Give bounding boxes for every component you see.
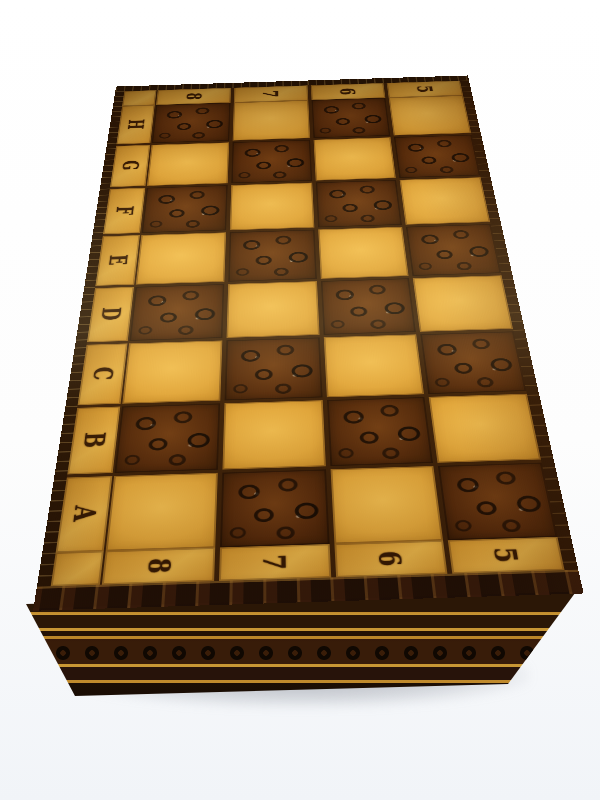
label-glyph: 6 xyxy=(337,88,358,96)
file-label-c: C xyxy=(78,343,128,404)
square-c6 xyxy=(323,334,424,397)
label-glyph: 8 xyxy=(143,558,175,575)
square-a8 xyxy=(106,473,218,551)
label-glyph: F xyxy=(112,206,136,216)
label-glyph: 6 xyxy=(374,550,407,566)
file-label-b: B xyxy=(67,406,120,474)
corner-cell-back xyxy=(122,90,156,106)
square-f5 xyxy=(400,177,490,224)
square-f7 xyxy=(230,183,314,231)
file-label-h: H xyxy=(116,105,154,144)
square-c7 xyxy=(224,337,322,400)
rank-label-bottom-8: 8 xyxy=(102,548,215,585)
square-h6 xyxy=(311,98,390,138)
label-glyph: H xyxy=(125,119,148,130)
label-glyph: A xyxy=(69,505,101,522)
square-d8 xyxy=(129,284,224,341)
photo-tilt-wrapper: 8765 HGFEDCBA 8765 xyxy=(0,0,600,800)
photo-of-folded-chess-box: { "game": "chess", "scene_description": … xyxy=(0,0,600,800)
rank-label-bottom-6: 6 xyxy=(334,540,448,577)
label-glyph: E xyxy=(105,254,131,265)
label-glyph: C xyxy=(89,366,118,380)
label-glyph: 5 xyxy=(489,547,523,563)
rank-label-bottom-5: 5 xyxy=(448,537,564,574)
square-g5 xyxy=(394,135,480,178)
square-c5 xyxy=(420,331,526,394)
file-label-g: G xyxy=(110,145,150,187)
square-c8 xyxy=(122,341,222,404)
square-h5 xyxy=(389,95,471,135)
square-a6 xyxy=(330,466,443,544)
label-glyph: 8 xyxy=(183,93,204,101)
file-label-e: E xyxy=(95,235,140,286)
square-d5 xyxy=(413,275,513,332)
square-g7 xyxy=(231,140,312,184)
label-glyph: 7 xyxy=(259,554,290,571)
square-h7 xyxy=(232,100,309,140)
square-e7 xyxy=(228,230,316,282)
file-label-f: F xyxy=(103,188,145,234)
rank-label-bottom-7: 7 xyxy=(219,544,331,581)
square-e6 xyxy=(318,227,409,279)
file-label-d: D xyxy=(87,287,134,343)
chess-board-lid: 8765 HGFEDCBA 8765 xyxy=(33,75,583,608)
square-g8 xyxy=(147,142,229,186)
square-f8 xyxy=(142,185,228,233)
square-e8 xyxy=(136,232,226,284)
label-glyph: 5 xyxy=(414,85,436,93)
label-glyph: B xyxy=(79,431,109,448)
square-g6 xyxy=(313,137,396,181)
square-b7 xyxy=(222,400,325,470)
square-a7 xyxy=(220,470,329,548)
square-b5 xyxy=(429,394,541,463)
corner-cell-front xyxy=(51,551,104,586)
label-glyph: D xyxy=(97,307,124,321)
square-b8 xyxy=(114,403,220,473)
square-a5 xyxy=(438,463,557,540)
square-d7 xyxy=(226,281,319,338)
square-e5 xyxy=(406,224,501,276)
square-h8 xyxy=(152,103,231,143)
square-d6 xyxy=(320,278,416,335)
board-squares xyxy=(106,95,558,551)
square-b6 xyxy=(327,397,434,467)
label-glyph: 7 xyxy=(260,90,281,98)
square-f6 xyxy=(315,180,402,227)
label-glyph: G xyxy=(119,160,143,170)
